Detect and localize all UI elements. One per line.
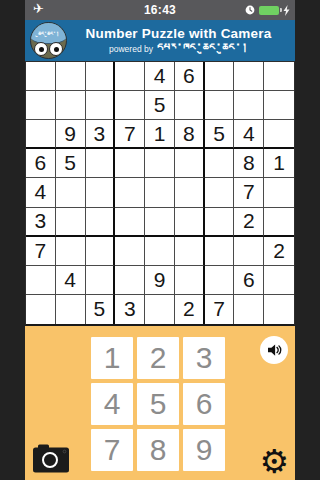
sudoku-cell[interactable]	[234, 295, 264, 324]
sudoku-cell[interactable]: 8	[234, 149, 264, 178]
sudoku-cell[interactable]: 6	[26, 149, 56, 178]
sudoku-cell[interactable]	[115, 91, 145, 120]
sudoku-cell[interactable]: 3	[86, 120, 116, 149]
sudoku-cell[interactable]: 6	[175, 62, 205, 91]
numpad-key-6[interactable]: 6	[183, 383, 225, 425]
airplane-mode-icon: ✈	[33, 1, 44, 16]
logo-eye-left	[34, 42, 48, 56]
sudoku-cell[interactable]	[145, 208, 175, 237]
app-screen: ✈ 16:43 ཆུང་ཆུང་། Number Puzzle with Cam…	[25, 0, 295, 480]
numpad-key-1[interactable]: 1	[91, 337, 133, 379]
numpad-key-3[interactable]: 3	[183, 337, 225, 379]
sudoku-cell[interactable]: 4	[56, 266, 86, 295]
sudoku-cell[interactable]	[86, 149, 116, 178]
sudoku-cell[interactable]: 1	[264, 149, 294, 178]
sudoku-cell[interactable]	[175, 208, 205, 237]
speaker-icon	[265, 341, 283, 359]
sudoku-cell[interactable]: 8	[175, 120, 205, 149]
numpad-key-2[interactable]: 2	[137, 337, 179, 379]
sudoku-grid: 465937185465814732724965327	[25, 61, 295, 326]
sudoku-cell[interactable]: 7	[234, 178, 264, 207]
sudoku-cell[interactable]	[56, 178, 86, 207]
numpad-key-8[interactable]: 8	[137, 429, 179, 471]
sudoku-cell[interactable]	[205, 149, 235, 178]
sudoku-cell[interactable]	[205, 91, 235, 120]
sudoku-cell[interactable]: 4	[145, 62, 175, 91]
sudoku-cell[interactable]: 5	[86, 295, 116, 324]
sudoku-cell[interactable]	[234, 237, 264, 266]
camera-icon	[33, 444, 69, 473]
sudoku-cell[interactable]	[26, 295, 56, 324]
battery-icon	[259, 6, 279, 15]
numpad-key-4[interactable]: 4	[91, 383, 133, 425]
sudoku-cell[interactable]	[86, 237, 116, 266]
sudoku-cell[interactable]	[264, 62, 294, 91]
header-titles: Number Puzzle with Camera powered by དཔར…	[67, 26, 290, 55]
sudoku-cell[interactable]	[145, 237, 175, 266]
sudoku-cell[interactable]	[26, 91, 56, 120]
charging-bolt-icon	[283, 5, 290, 16]
sudoku-cell[interactable]: 5	[205, 120, 235, 149]
sudoku-cell[interactable]: 4	[234, 120, 264, 149]
sudoku-cell[interactable]	[86, 208, 116, 237]
numpad-key-5[interactable]: 5	[137, 383, 179, 425]
sudoku-cell[interactable]: 7	[115, 120, 145, 149]
sudoku-cell[interactable]	[145, 149, 175, 178]
sudoku-cell[interactable]	[56, 208, 86, 237]
sudoku-cell[interactable]: 6	[234, 266, 264, 295]
camera-button[interactable]	[33, 444, 69, 473]
sudoku-cell[interactable]: 7	[26, 237, 56, 266]
sudoku-cell[interactable]	[175, 91, 205, 120]
clock-icon	[245, 5, 255, 15]
sudoku-cell[interactable]	[264, 208, 294, 237]
sudoku-cell[interactable]: 2	[264, 237, 294, 266]
sudoku-cell[interactable]	[234, 62, 264, 91]
sudoku-cell[interactable]	[175, 149, 205, 178]
sound-toggle-button[interactable]	[260, 336, 288, 364]
sudoku-cell[interactable]	[86, 178, 116, 207]
sudoku-cell[interactable]	[264, 178, 294, 207]
sudoku-cell[interactable]	[264, 120, 294, 149]
sudoku-cell[interactable]	[115, 208, 145, 237]
sudoku-cell[interactable]	[175, 237, 205, 266]
sudoku-cell[interactable]	[115, 149, 145, 178]
sudoku-cell[interactable]	[56, 295, 86, 324]
gear-icon: ⚙	[259, 442, 289, 480]
sudoku-cell[interactable]	[264, 266, 294, 295]
numpad: 123456789	[91, 337, 225, 471]
sudoku-cell[interactable]: 3	[115, 295, 145, 324]
sudoku-cell[interactable]	[115, 237, 145, 266]
status-bar: ✈ 16:43	[25, 0, 295, 20]
sudoku-cell[interactable]: 9	[145, 266, 175, 295]
sudoku-cell[interactable]	[86, 62, 116, 91]
sudoku-cell[interactable]	[264, 295, 294, 324]
sudoku-cell[interactable]: 5	[145, 91, 175, 120]
status-icons	[245, 0, 290, 20]
numpad-key-7[interactable]: 7	[91, 429, 133, 471]
sudoku-cell[interactable]	[175, 178, 205, 207]
sudoku-cell[interactable]	[175, 266, 205, 295]
sudoku-cell[interactable]	[86, 266, 116, 295]
app-title: Number Puzzle with Camera	[86, 26, 272, 41]
powered-by-label: powered by	[109, 44, 153, 54]
sudoku-cell[interactable]: 2	[175, 295, 205, 324]
app-header: ཆུང་ཆུང་། Number Puzzle with Camera powe…	[25, 20, 295, 61]
logo-hat-text: ཆུང་ཆུང་།	[31, 31, 66, 37]
sudoku-cell[interactable]	[86, 91, 116, 120]
sudoku-cell[interactable]: 1	[145, 120, 175, 149]
sudoku-cell[interactable]	[234, 91, 264, 120]
brand-name: དཔར་ཁང་ཆུང་ཆུང་།	[157, 41, 248, 55]
settings-button[interactable]: ⚙	[259, 445, 289, 478]
sudoku-cell[interactable]	[56, 237, 86, 266]
sudoku-cell[interactable]	[205, 178, 235, 207]
sudoku-cell[interactable]: 2	[234, 208, 264, 237]
control-panel: 123456789 ⚙	[25, 326, 295, 480]
sudoku-cell[interactable]: 7	[205, 295, 235, 324]
sudoku-cell[interactable]	[26, 120, 56, 149]
sudoku-cell[interactable]	[56, 91, 86, 120]
sudoku-cell[interactable]	[145, 295, 175, 324]
app-subtitle: powered by དཔར་ཁང་ཆུང་ཆུང་།	[109, 41, 248, 55]
sudoku-cell[interactable]	[205, 208, 235, 237]
sudoku-cell[interactable]: 5	[56, 149, 86, 178]
sudoku-cell[interactable]	[115, 178, 145, 207]
sudoku-cell[interactable]	[26, 266, 56, 295]
sudoku-cell[interactable]	[264, 91, 294, 120]
sudoku-cell[interactable]	[205, 237, 235, 266]
logo-eye-right	[49, 42, 63, 56]
sudoku-cell[interactable]	[26, 62, 56, 91]
sudoku-cell[interactable]: 3	[26, 208, 56, 237]
sudoku-cell[interactable]	[205, 62, 235, 91]
app-logo: ཆུང་ཆུང་།	[30, 22, 67, 59]
sudoku-cell[interactable]	[115, 62, 145, 91]
status-time: 16:43	[144, 3, 176, 17]
sudoku-cell[interactable]	[205, 266, 235, 295]
sudoku-cell[interactable]: 9	[56, 120, 86, 149]
sudoku-cell[interactable]	[56, 62, 86, 91]
sudoku-cell[interactable]	[115, 266, 145, 295]
numpad-key-9[interactable]: 9	[183, 429, 225, 471]
sudoku-cell[interactable]: 4	[26, 178, 56, 207]
sudoku-cell[interactable]	[145, 178, 175, 207]
